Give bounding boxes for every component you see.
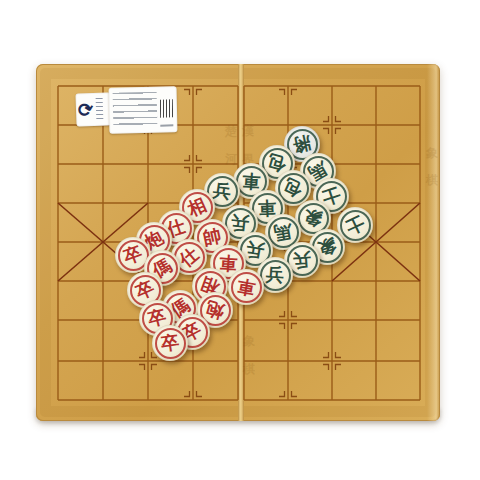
piece-character: 兵	[245, 240, 266, 261]
info-label-sticker	[109, 86, 178, 133]
piece-character: 卒	[160, 333, 180, 353]
piece-character: 車	[258, 199, 277, 218]
piece-character: 兵	[230, 213, 250, 233]
logo-sticker-fine-print	[96, 97, 104, 121]
piece-character: 兵	[212, 181, 232, 201]
piece-character: 車	[236, 277, 257, 298]
piece-character: 馬	[273, 222, 294, 243]
piece-character: 將	[291, 133, 312, 154]
xiangqi-piece-車[interactable]: 車	[228, 269, 264, 305]
piece-character: 帥	[201, 226, 222, 247]
piece-character: 兵	[265, 265, 284, 284]
piece-character: 車	[241, 171, 260, 190]
label-barcode-number	[160, 124, 173, 126]
piece-character: 象	[302, 207, 323, 228]
piece-character: 兵	[292, 250, 311, 269]
circular-arrow-logo-icon: ⟳	[76, 99, 96, 121]
xiangqi-piece-卒[interactable]: 卒	[152, 325, 188, 361]
label-text-lines	[113, 92, 158, 129]
label-barcode	[160, 99, 173, 117]
piece-character: 車	[218, 253, 237, 272]
logo-sticker: ⟳	[75, 92, 111, 126]
product-photo-scene: 楚河漢界象棋象棋 ⟳ 將包馬車包士兵車象士兵馬象兵兵兵相仕帥炮仕車卒傌相車卒傌炮…	[0, 0, 480, 480]
